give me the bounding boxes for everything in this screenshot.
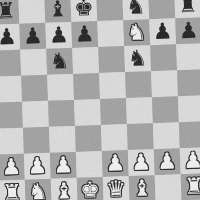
black-knight[interactable]: ♞	[127, 47, 147, 70]
square-r0c2[interactable]: ♝	[44, 0, 71, 23]
white-pawn[interactable]: ♟	[183, 149, 200, 172]
square-r6c6[interactable]: ♟	[154, 148, 181, 175]
black-pawn[interactable]: ♟	[0, 26, 17, 49]
square-r3c2[interactable]	[47, 74, 74, 101]
black-king[interactable]: ♚	[74, 0, 94, 20]
square-r4c4[interactable]	[100, 98, 127, 125]
white-knight[interactable]: ♞	[28, 181, 48, 200]
square-r7c5[interactable]: ♝	[129, 175, 156, 200]
square-r6c1[interactable]: ♟	[24, 153, 51, 180]
square-r3c3[interactable]	[73, 73, 100, 100]
black-knight[interactable]: ♞	[126, 0, 146, 18]
white-knight[interactable]: ♞	[126, 21, 146, 44]
square-r0c6[interactable]	[148, 0, 175, 19]
white-king[interactable]: ♚	[80, 179, 100, 200]
white-pawn[interactable]: ♟	[53, 154, 73, 177]
square-r5c3[interactable]	[75, 125, 102, 152]
square-r1c4[interactable]	[97, 20, 124, 47]
white-bishop[interactable]: ♝	[54, 180, 74, 200]
square-r4c1[interactable]	[22, 101, 49, 128]
square-r0c1[interactable]	[18, 0, 45, 24]
black-pawn[interactable]: ♟	[74, 23, 94, 46]
square-r2c6[interactable]	[150, 44, 177, 71]
square-r7c3[interactable]: ♚	[77, 177, 104, 200]
white-pawn[interactable]: ♟	[157, 150, 177, 173]
square-r1c0[interactable]: ♟	[0, 24, 20, 51]
square-r7c7[interactable]: ♜	[181, 173, 200, 200]
white-bishop[interactable]: ♝	[132, 177, 152, 200]
square-r6c4[interactable]: ♟	[102, 150, 129, 177]
square-r6c7[interactable]: ♟	[180, 147, 200, 174]
square-r4c5[interactable]	[126, 97, 153, 124]
square-r4c0[interactable]	[0, 102, 23, 129]
square-r7c6[interactable]	[155, 174, 182, 200]
square-r0c5[interactable]: ♞	[122, 0, 149, 20]
square-r4c7[interactable]	[178, 95, 200, 122]
square-r4c6[interactable]	[152, 96, 179, 123]
square-r1c5[interactable]: ♞	[123, 19, 150, 46]
square-r5c4[interactable]	[101, 124, 128, 151]
square-r6c5[interactable]: ♟	[128, 149, 155, 176]
square-r7c2[interactable]: ♝	[51, 178, 78, 200]
square-r7c0[interactable]: ♜	[0, 180, 26, 200]
square-r2c3[interactable]	[72, 47, 99, 74]
white-pawn[interactable]: ♟	[105, 152, 125, 175]
black-rook[interactable]: ♜	[178, 0, 198, 16]
square-r3c5[interactable]	[125, 71, 152, 98]
square-r5c6[interactable]	[153, 122, 180, 149]
square-r7c4[interactable]: ♛	[103, 176, 130, 200]
square-r0c4[interactable]	[96, 0, 123, 21]
black-rook[interactable]: ♜	[0, 0, 16, 23]
square-r0c7[interactable]: ♜	[174, 0, 200, 18]
square-r3c4[interactable]	[99, 72, 126, 99]
white-queen[interactable]: ♛	[106, 178, 126, 200]
square-r6c0[interactable]: ♟	[0, 154, 25, 181]
square-r7c1[interactable]: ♞	[25, 179, 52, 200]
black-pawn[interactable]: ♟	[49, 24, 69, 47]
square-r5c7[interactable]	[179, 121, 200, 148]
square-r6c2[interactable]: ♟	[50, 152, 77, 179]
square-r4c2[interactable]	[48, 100, 75, 127]
square-r3c0[interactable]	[0, 76, 22, 103]
square-r1c3[interactable]: ♟	[71, 21, 98, 48]
square-r2c7[interactable]	[176, 43, 200, 70]
white-pawn[interactable]: ♟	[1, 156, 21, 179]
white-pawn[interactable]: ♟	[131, 151, 151, 174]
chessboard-screenshot: ♜♝♚♞♜♟♟♟♟♞♟♟♞♞♟♟♟♟♟♟♟♜♞♝♚♛♝♜	[0, 0, 200, 200]
square-r0c3[interactable]: ♚	[70, 0, 97, 22]
square-r2c5[interactable]: ♞	[124, 45, 151, 72]
square-r2c1[interactable]	[20, 49, 47, 76]
square-r3c6[interactable]	[151, 70, 178, 97]
square-r4c3[interactable]	[74, 99, 101, 126]
white-rook[interactable]: ♜	[2, 182, 22, 200]
black-knight[interactable]: ♞	[49, 50, 69, 73]
square-r2c4[interactable]	[98, 46, 125, 73]
square-r1c7[interactable]: ♟	[175, 17, 200, 44]
square-r3c1[interactable]	[21, 75, 48, 102]
square-r1c2[interactable]: ♟	[45, 22, 72, 49]
square-r2c2[interactable]: ♞	[46, 48, 73, 75]
square-r5c1[interactable]	[23, 127, 50, 154]
square-r0c0[interactable]: ♜	[0, 0, 19, 25]
square-r2c0[interactable]	[0, 50, 21, 77]
chess-board[interactable]: ♜♝♚♞♜♟♟♟♟♞♟♟♞♞♟♟♟♟♟♟♟♜♞♝♚♛♝♜	[0, 0, 200, 200]
black-pawn[interactable]: ♟	[152, 20, 172, 43]
square-r6c3[interactable]	[76, 151, 103, 178]
square-r1c1[interactable]: ♟	[19, 23, 46, 50]
white-pawn[interactable]: ♟	[27, 155, 47, 178]
white-rook[interactable]: ♜	[184, 175, 200, 198]
square-r5c0[interactable]	[0, 128, 24, 155]
square-r1c6[interactable]: ♟	[149, 18, 176, 45]
square-r3c7[interactable]	[177, 69, 200, 96]
square-r5c5[interactable]	[127, 123, 154, 150]
black-pawn[interactable]: ♟	[23, 25, 43, 48]
black-bishop[interactable]: ♝	[48, 0, 68, 21]
square-r5c2[interactable]	[49, 126, 76, 153]
black-pawn[interactable]: ♟	[178, 20, 198, 43]
